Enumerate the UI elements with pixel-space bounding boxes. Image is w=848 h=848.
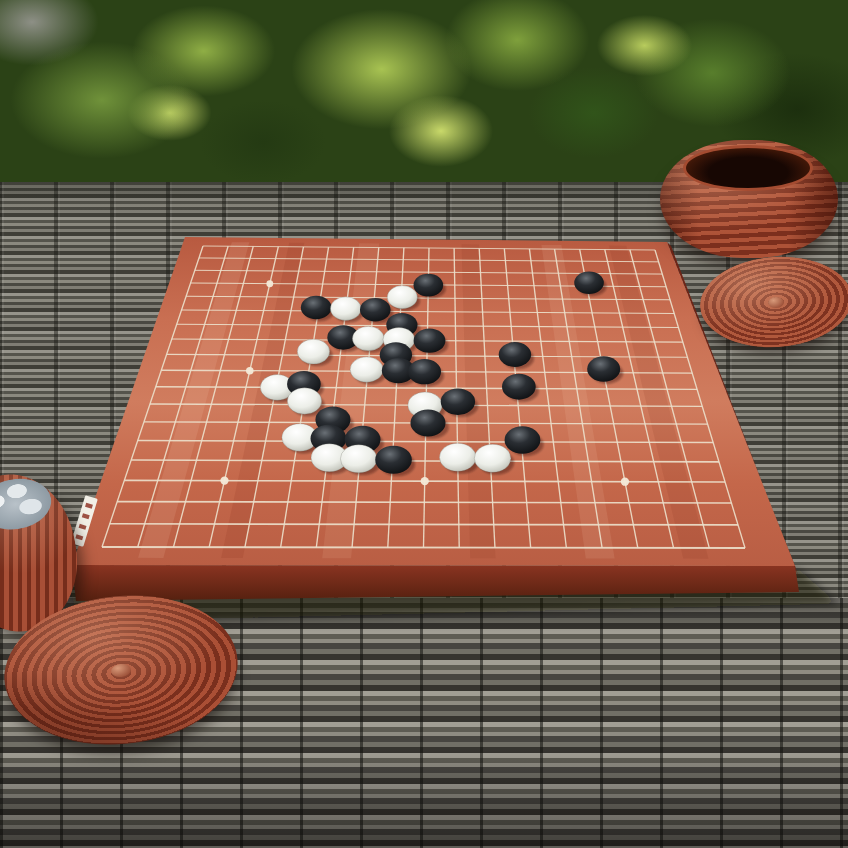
white-stone[interactable] bbox=[439, 443, 476, 471]
star-point bbox=[266, 280, 273, 287]
black-stone[interactable] bbox=[360, 298, 391, 322]
lid-knob bbox=[768, 296, 785, 308]
black-stone[interactable] bbox=[505, 426, 541, 453]
black-stone[interactable] bbox=[410, 409, 445, 436]
white-stone[interactable] bbox=[350, 357, 383, 382]
black-stone[interactable] bbox=[414, 274, 444, 297]
bowl-opening bbox=[683, 145, 813, 191]
black-stone[interactable] bbox=[408, 359, 441, 384]
black-stone[interactable] bbox=[414, 328, 446, 352]
black-stone[interactable] bbox=[502, 374, 536, 400]
star-point bbox=[621, 478, 629, 486]
white-stone[interactable] bbox=[387, 286, 417, 309]
star-point bbox=[421, 477, 429, 485]
black-stone[interactable] bbox=[375, 446, 412, 474]
white-stone[interactable] bbox=[474, 444, 511, 472]
star-point bbox=[220, 476, 228, 484]
white-stone[interactable] bbox=[352, 326, 384, 350]
star-point bbox=[246, 367, 254, 375]
white-stone[interactable] bbox=[297, 339, 329, 364]
black-stone[interactable] bbox=[441, 388, 475, 414]
black-stone[interactable] bbox=[574, 271, 604, 294]
lid-knob bbox=[110, 663, 131, 678]
white-stone[interactable] bbox=[287, 388, 321, 414]
black-stone[interactable] bbox=[587, 356, 620, 381]
outdoor-go-scene bbox=[0, 0, 848, 848]
black-stone[interactable] bbox=[499, 342, 531, 367]
white-stone[interactable] bbox=[340, 445, 377, 473]
black-stone[interactable] bbox=[301, 296, 332, 320]
white-stone[interactable] bbox=[330, 297, 361, 321]
stone-bowl-right bbox=[660, 140, 838, 258]
